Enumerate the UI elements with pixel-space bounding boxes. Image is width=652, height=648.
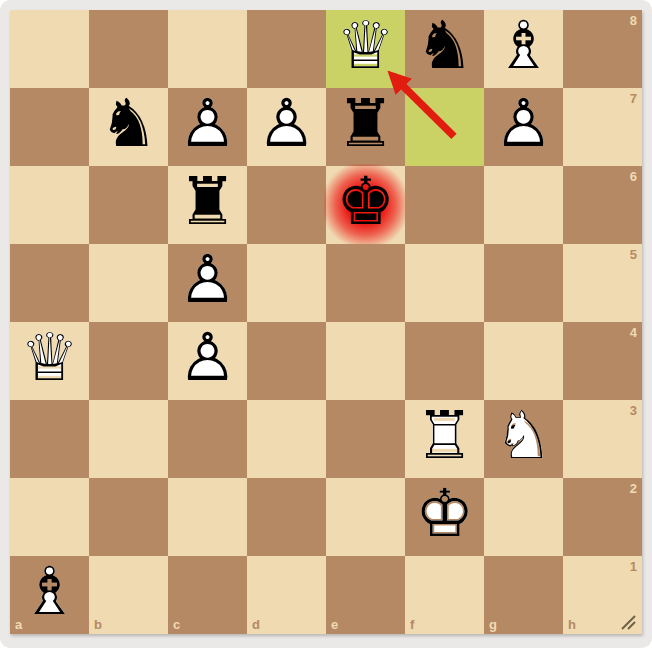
square-b7[interactable]: ♞ xyxy=(89,88,168,166)
square-g3[interactable]: ♞♘ xyxy=(484,400,563,478)
square-h2[interactable]: 2 xyxy=(563,478,642,556)
white-knight-g3[interactable]: ♞♘ xyxy=(484,400,563,478)
white-king-glyph: ♔ xyxy=(415,481,474,547)
black-rook-glyph: ♜ xyxy=(178,169,237,235)
page-background: ♛♕♞♝♗8♞♟♙♟♙♜♟♙7♜♚6♟♙5♛♕♟♙4♜♖♞♘3♚♔2♝♗abcd… xyxy=(0,0,652,648)
white-pawn-glyph: ♙ xyxy=(178,91,237,157)
square-e6[interactable]: ♚ xyxy=(326,166,405,244)
rank-label-3: 3 xyxy=(630,403,637,418)
square-a1[interactable]: ♝♗a xyxy=(10,556,89,634)
square-f8[interactable]: ♞ xyxy=(405,10,484,88)
square-g1[interactable]: g xyxy=(484,556,563,634)
file-label-e: e xyxy=(331,617,338,632)
white-queen-glyph: ♕ xyxy=(20,325,79,391)
file-label-h: h xyxy=(568,617,576,632)
square-d4[interactable] xyxy=(247,322,326,400)
square-b1[interactable]: b xyxy=(89,556,168,634)
square-f6[interactable] xyxy=(405,166,484,244)
square-b4[interactable] xyxy=(89,322,168,400)
white-bishop-glyph: ♗ xyxy=(20,559,79,625)
white-rook-f3[interactable]: ♜♖ xyxy=(405,400,484,478)
square-f5[interactable] xyxy=(405,244,484,322)
square-c3[interactable] xyxy=(168,400,247,478)
white-pawn-glyph: ♙ xyxy=(178,247,237,313)
square-a8[interactable] xyxy=(10,10,89,88)
square-b8[interactable] xyxy=(89,10,168,88)
square-c6[interactable]: ♜ xyxy=(168,166,247,244)
white-queen-glyph: ♕ xyxy=(336,13,395,79)
rank-label-6: 6 xyxy=(630,169,637,184)
file-label-d: d xyxy=(252,617,260,632)
square-d5[interactable] xyxy=(247,244,326,322)
rank-label-5: 5 xyxy=(630,247,637,262)
square-e4[interactable] xyxy=(326,322,405,400)
rank-label-2: 2 xyxy=(630,481,637,496)
white-pawn-c5[interactable]: ♟♙ xyxy=(168,244,247,322)
black-rook-e7[interactable]: ♜ xyxy=(326,88,405,166)
square-e2[interactable] xyxy=(326,478,405,556)
file-label-f: f xyxy=(410,617,414,632)
square-g5[interactable] xyxy=(484,244,563,322)
black-knight-b7[interactable]: ♞ xyxy=(89,88,168,166)
white-pawn-d7[interactable]: ♟♙ xyxy=(247,88,326,166)
square-d1[interactable]: d xyxy=(247,556,326,634)
square-f2[interactable]: ♚♔ xyxy=(405,478,484,556)
white-pawn-glyph: ♙ xyxy=(257,91,316,157)
black-king-e6[interactable]: ♚ xyxy=(326,166,405,244)
square-h8[interactable]: 8 xyxy=(563,10,642,88)
square-a6[interactable] xyxy=(10,166,89,244)
square-g6[interactable] xyxy=(484,166,563,244)
white-pawn-c4[interactable]: ♟♙ xyxy=(168,322,247,400)
white-queen-e8[interactable]: ♛♕ xyxy=(326,10,405,88)
white-rook-glyph: ♖ xyxy=(415,403,474,469)
square-c4[interactable]: ♟♙ xyxy=(168,322,247,400)
square-d2[interactable] xyxy=(247,478,326,556)
square-a2[interactable] xyxy=(10,478,89,556)
white-pawn-glyph: ♙ xyxy=(178,325,237,391)
square-c2[interactable] xyxy=(168,478,247,556)
square-e7[interactable]: ♜ xyxy=(326,88,405,166)
black-knight-glyph: ♞ xyxy=(415,13,474,79)
square-e5[interactable] xyxy=(326,244,405,322)
rank-label-1: 1 xyxy=(630,559,637,574)
square-b2[interactable] xyxy=(89,478,168,556)
square-f3[interactable]: ♜♖ xyxy=(405,400,484,478)
rank-label-8: 8 xyxy=(630,13,637,28)
square-g7[interactable]: ♟♙ xyxy=(484,88,563,166)
square-a3[interactable] xyxy=(10,400,89,478)
chess-board[interactable]: ♛♕♞♝♗8♞♟♙♟♙♜♟♙7♜♚6♟♙5♛♕♟♙4♜♖♞♘3♚♔2♝♗abcd… xyxy=(10,10,642,634)
black-knight-f8[interactable]: ♞ xyxy=(405,10,484,88)
white-bishop-glyph: ♗ xyxy=(494,13,553,79)
white-bishop-a1[interactable]: ♝♗ xyxy=(10,556,89,634)
square-c1[interactable]: c xyxy=(168,556,247,634)
white-bishop-g8[interactable]: ♝♗ xyxy=(484,10,563,88)
black-knight-glyph: ♞ xyxy=(99,91,158,157)
square-e1[interactable]: e xyxy=(326,556,405,634)
square-e3[interactable] xyxy=(326,400,405,478)
square-h6[interactable]: 6 xyxy=(563,166,642,244)
square-f7[interactable] xyxy=(405,88,484,166)
white-pawn-glyph: ♙ xyxy=(494,91,553,157)
square-f4[interactable] xyxy=(405,322,484,400)
square-d3[interactable] xyxy=(247,400,326,478)
square-g4[interactable] xyxy=(484,322,563,400)
file-label-g: g xyxy=(489,617,497,632)
square-h5[interactable]: 5 xyxy=(563,244,642,322)
white-king-f2[interactable]: ♚♔ xyxy=(405,478,484,556)
square-c7[interactable]: ♟♙ xyxy=(168,88,247,166)
square-a5[interactable] xyxy=(10,244,89,322)
white-knight-glyph: ♘ xyxy=(494,403,553,469)
square-c5[interactable]: ♟♙ xyxy=(168,244,247,322)
square-b5[interactable] xyxy=(89,244,168,322)
white-queen-a4[interactable]: ♛♕ xyxy=(10,322,89,400)
square-h4[interactable]: 4 xyxy=(563,322,642,400)
square-d8[interactable] xyxy=(247,10,326,88)
file-label-b: b xyxy=(94,617,102,632)
square-f1[interactable]: f xyxy=(405,556,484,634)
square-d6[interactable] xyxy=(247,166,326,244)
square-e8[interactable]: ♛♕ xyxy=(326,10,405,88)
black-rook-glyph: ♜ xyxy=(336,91,395,157)
square-b6[interactable] xyxy=(89,166,168,244)
rank-label-7: 7 xyxy=(630,91,637,106)
square-d7[interactable]: ♟♙ xyxy=(247,88,326,166)
square-g2[interactable] xyxy=(484,478,563,556)
rank-label-4: 4 xyxy=(630,325,637,340)
square-a4[interactable]: ♛♕ xyxy=(10,322,89,400)
resize-handle-icon[interactable] xyxy=(618,612,638,632)
square-g8[interactable]: ♝♗ xyxy=(484,10,563,88)
square-h3[interactable]: 3 xyxy=(563,400,642,478)
square-a7[interactable] xyxy=(10,88,89,166)
white-pawn-g7[interactable]: ♟♙ xyxy=(484,88,563,166)
black-rook-c6[interactable]: ♜ xyxy=(168,166,247,244)
square-b3[interactable] xyxy=(89,400,168,478)
square-c8[interactable] xyxy=(168,10,247,88)
black-king-glyph: ♚ xyxy=(336,169,395,235)
file-label-c: c xyxy=(173,617,180,632)
white-pawn-c7[interactable]: ♟♙ xyxy=(168,88,247,166)
square-h7[interactable]: 7 xyxy=(563,88,642,166)
